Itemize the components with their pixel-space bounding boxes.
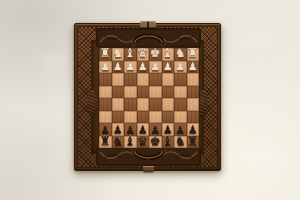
white-pawn: ♟: [138, 61, 147, 72]
square-b8: ♞: [112, 48, 125, 61]
square-e3: [149, 111, 162, 124]
square-c6: [124, 73, 137, 86]
black-pawn: ♟: [138, 124, 147, 135]
white-pawn: ♟: [113, 61, 122, 72]
hinge-icon: [140, 21, 156, 28]
square-e1: ♚: [149, 136, 162, 149]
square-b2: ♟: [112, 123, 125, 136]
black-pawn: ♟: [101, 124, 110, 135]
square-h1: ♜: [187, 136, 200, 149]
white-pawn: ♟: [151, 61, 160, 72]
black-knight: ♞: [112, 135, 123, 147]
square-c5: [124, 86, 137, 99]
square-a6: [99, 73, 112, 86]
square-c8: ♝: [124, 48, 137, 61]
black-knight: ♞: [175, 135, 186, 147]
square-g5: [174, 86, 187, 99]
square-g4: [174, 98, 187, 111]
square-e7: ♟: [149, 61, 162, 74]
black-bishop: ♝: [125, 135, 136, 147]
black-rook: ♜: [187, 135, 198, 147]
square-g2: ♟: [174, 123, 187, 136]
square-c7: ♟: [124, 61, 137, 74]
square-d1: ♛: [137, 136, 150, 149]
white-rook: ♜: [100, 47, 111, 59]
square-f7: ♟: [162, 61, 175, 74]
square-e5: [149, 86, 162, 99]
square-f2: ♟: [162, 123, 175, 136]
square-d3: [137, 111, 150, 124]
square-c3: [124, 111, 137, 124]
square-a2: ♟: [99, 123, 112, 136]
square-a7: ♟: [99, 61, 112, 74]
white-pawn: ♟: [188, 61, 197, 72]
square-f3: [162, 111, 175, 124]
black-pawn: ♟: [113, 124, 122, 135]
square-c2: ♟: [124, 123, 137, 136]
square-b3: [112, 111, 125, 124]
white-bishop: ♝: [162, 47, 173, 59]
square-e8: ♚: [149, 48, 162, 61]
square-g3: [174, 111, 187, 124]
white-king: ♚: [150, 47, 161, 59]
square-a3: [99, 111, 112, 124]
square-f5: [162, 86, 175, 99]
square-b7: ♟: [112, 61, 125, 74]
square-f6: [162, 73, 175, 86]
square-g7: ♟: [174, 61, 187, 74]
black-pawn: ♟: [188, 124, 197, 135]
square-h8: ♜: [187, 48, 200, 61]
chess-board: ♜♞♝♛♚♝♞♜♟♟♟♟♟♟♟♟♟♟♟♟♟♟♟♟♜♞♝♛♚♝♞♜: [74, 23, 221, 171]
white-pawn: ♟: [126, 61, 135, 72]
square-g6: [174, 73, 187, 86]
square-f8: ♝: [162, 48, 175, 61]
white-knight: ♞: [175, 47, 186, 59]
square-h3: [187, 111, 200, 124]
square-h2: ♟: [187, 123, 200, 136]
white-knight: ♞: [112, 47, 123, 59]
square-f1: ♝: [162, 136, 175, 149]
latch-icon: [143, 166, 154, 172]
square-a5: [99, 86, 112, 99]
black-pawn: ♟: [163, 124, 172, 135]
square-e2: ♟: [149, 123, 162, 136]
square-d8: ♛: [137, 48, 150, 61]
square-a1: ♜: [99, 136, 112, 149]
square-d2: ♟: [137, 123, 150, 136]
chess-grid: ♜♞♝♛♚♝♞♜♟♟♟♟♟♟♟♟♟♟♟♟♟♟♟♟♜♞♝♛♚♝♞♜: [99, 48, 199, 148]
square-e4: [149, 98, 162, 111]
black-king: ♚: [150, 135, 161, 147]
square-d5: [137, 86, 150, 99]
square-h7: ♟: [187, 61, 200, 74]
black-queen: ♛: [137, 135, 148, 147]
square-d6: [137, 73, 150, 86]
square-d7: ♟: [137, 61, 150, 74]
black-pawn: ♟: [176, 124, 185, 135]
square-a8: ♜: [99, 48, 112, 61]
photo-background: ♜♞♝♛♚♝♞♜♟♟♟♟♟♟♟♟♟♟♟♟♟♟♟♟♜♞♝♛♚♝♞♜: [0, 0, 300, 200]
white-bishop: ♝: [125, 47, 136, 59]
white-pawn: ♟: [176, 61, 185, 72]
black-rook: ♜: [100, 135, 111, 147]
square-g8: ♞: [174, 48, 187, 61]
carved-ornament-bottom: [96, 146, 201, 166]
square-b4: [112, 98, 125, 111]
black-pawn: ♟: [151, 124, 160, 135]
white-pawn: ♟: [163, 61, 172, 72]
white-queen: ♛: [137, 47, 148, 59]
white-pawn: ♟: [101, 61, 110, 72]
white-rook: ♜: [187, 47, 198, 59]
carved-ornament-top: [96, 28, 201, 48]
square-c4: [124, 98, 137, 111]
square-h6: [187, 73, 200, 86]
square-e6: [149, 73, 162, 86]
square-h5: [187, 86, 200, 99]
square-g1: ♞: [174, 136, 187, 149]
square-b5: [112, 86, 125, 99]
square-f4: [162, 98, 175, 111]
black-bishop: ♝: [162, 135, 173, 147]
square-c1: ♝: [124, 136, 137, 149]
square-a4: [99, 98, 112, 111]
square-b6: [112, 73, 125, 86]
square-b1: ♞: [112, 136, 125, 149]
black-pawn: ♟: [126, 124, 135, 135]
square-d4: [137, 98, 150, 111]
square-h4: [187, 98, 200, 111]
